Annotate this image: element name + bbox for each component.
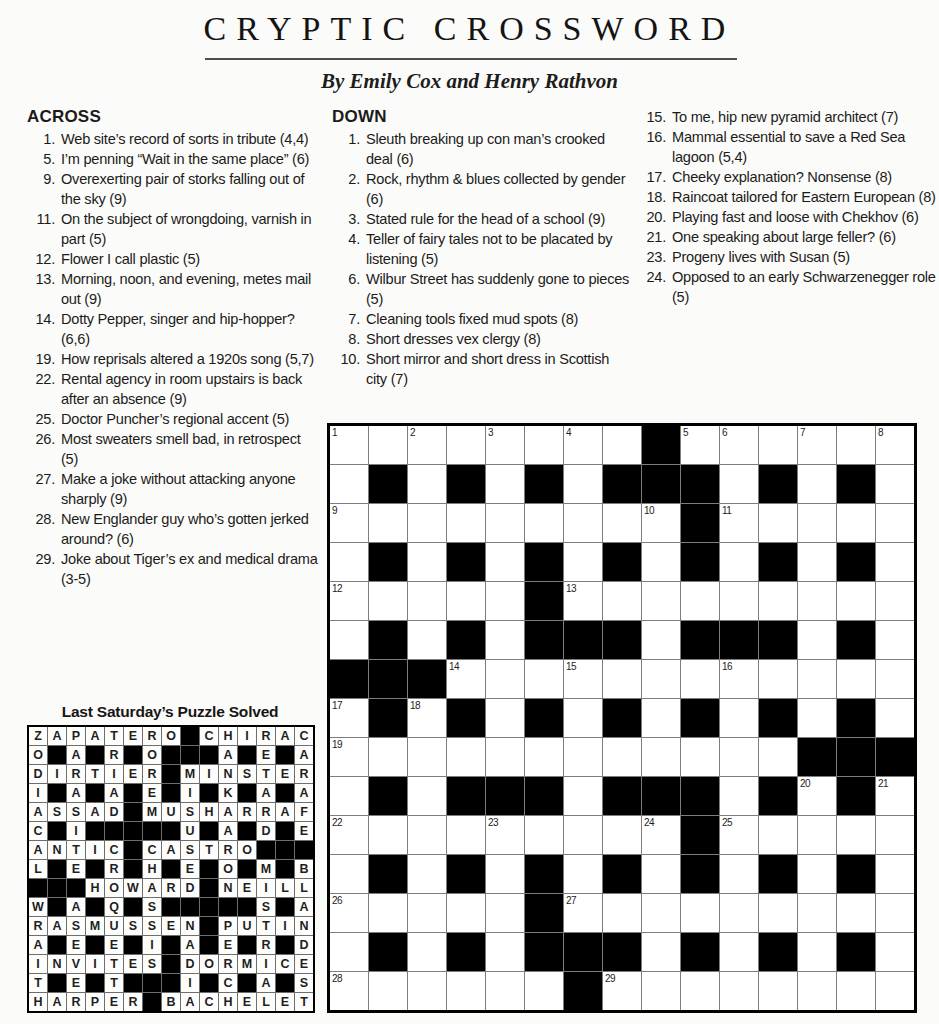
cell-r7c6[interactable] — [525, 660, 563, 698]
solved-cell-r9c8: R — [162, 879, 180, 897]
cell-r8c3[interactable]: 18 — [408, 699, 446, 737]
solved-cell-r2c3: A — [67, 746, 85, 764]
cell-r15c10[interactable] — [681, 972, 719, 1010]
clue-number: 25. — [25, 409, 61, 429]
cell-r3c13[interactable] — [798, 504, 836, 542]
cell-r1c14[interactable] — [837, 426, 875, 464]
solved-block-r6c4 — [86, 822, 104, 840]
cell-r1c6[interactable] — [525, 426, 563, 464]
clue-down-7: 7.Cleaning tools fixed mud spots (8) — [330, 309, 631, 329]
clue-down-10: 10.Short mirror and short dress in Scott… — [330, 349, 631, 389]
cell-r5c1[interactable]: 12 — [330, 582, 368, 620]
cell-r5c2[interactable] — [369, 582, 407, 620]
cell-r9c6[interactable] — [525, 738, 563, 776]
cell-number-15: 15 — [566, 661, 576, 672]
cell-r9c4[interactable] — [447, 738, 485, 776]
cell-r2c11[interactable] — [720, 465, 758, 503]
block-r6c12 — [759, 621, 797, 659]
cell-r14c9[interactable] — [642, 933, 680, 971]
clue-number: 23. — [636, 247, 672, 267]
cell-r13c13[interactable] — [798, 894, 836, 932]
cell-r6c9[interactable] — [642, 621, 680, 659]
solved-cell-r2c1: O — [29, 746, 47, 764]
solved-cell-r6c1: C — [29, 822, 47, 840]
cell-r11c6[interactable] — [525, 816, 563, 854]
cell-r14c11[interactable] — [720, 933, 758, 971]
cell-r13c7[interactable]: 27 — [564, 894, 602, 932]
solved-cell-r9c14: L — [276, 879, 294, 897]
cell-r14c5[interactable] — [486, 933, 524, 971]
cell-r5c14[interactable] — [837, 582, 875, 620]
cell-r4c1[interactable] — [330, 543, 368, 581]
cell-r3c5[interactable] — [486, 504, 524, 542]
cell-r5c10[interactable] — [681, 582, 719, 620]
solved-block-r8c8 — [162, 860, 180, 878]
clue-across-11: 11.On the subject of wrongdoing, varnish… — [25, 209, 321, 249]
cell-r1c8[interactable] — [603, 426, 641, 464]
solved-block-r10c11 — [219, 898, 237, 916]
cell-r15c8[interactable]: 29 — [603, 972, 641, 1010]
cell-r8c5[interactable] — [486, 699, 524, 737]
block-r8c12 — [759, 699, 797, 737]
cell-r9c8[interactable] — [603, 738, 641, 776]
cell-r14c3[interactable] — [408, 933, 446, 971]
solved-cell-r14c13: A — [257, 974, 275, 992]
cell-r7c7[interactable]: 15 — [564, 660, 602, 698]
cell-r4c5[interactable] — [486, 543, 524, 581]
cell-r13c5[interactable] — [486, 894, 524, 932]
solved-cell-r1c14: A — [276, 727, 294, 745]
cell-r4c9[interactable] — [642, 543, 680, 581]
clue-text: Stated rule for the head of a school (9) — [366, 209, 631, 229]
solved-cell-r3c10: I — [200, 765, 218, 783]
cell-r9c5[interactable] — [486, 738, 524, 776]
solved-block-r14c7 — [143, 974, 161, 992]
cell-r11c4[interactable] — [447, 816, 485, 854]
cell-number-21: 21 — [878, 778, 888, 789]
block-r14c12 — [759, 933, 797, 971]
cell-r1c2[interactable] — [369, 426, 407, 464]
cell-r12c15[interactable] — [876, 855, 914, 893]
cell-r15c6[interactable] — [525, 972, 563, 1010]
solved-cell-r7c1: A — [29, 841, 47, 859]
cell-r12c13[interactable] — [798, 855, 836, 893]
solved-cell-r13c12: M — [238, 955, 256, 973]
cell-r13c4[interactable] — [447, 894, 485, 932]
solved-block-r4c6 — [124, 784, 142, 802]
solved-cell-r6c13: D — [257, 822, 275, 840]
cell-r15c14[interactable] — [837, 972, 875, 1010]
cell-r12c3[interactable] — [408, 855, 446, 893]
cell-r13c1[interactable]: 26 — [330, 894, 368, 932]
cell-r11c2[interactable] — [369, 816, 407, 854]
cell-r12c11[interactable] — [720, 855, 758, 893]
cell-r10c7[interactable] — [564, 777, 602, 815]
clue-down-8: 8.Short dresses vex clergy (8) — [330, 329, 631, 349]
cell-r9c7[interactable] — [564, 738, 602, 776]
page-title: CRYPTIC CROSSWORD — [0, 10, 939, 48]
cell-r12c7[interactable] — [564, 855, 602, 893]
cell-r13c9[interactable] — [642, 894, 680, 932]
solved-block-r10c14 — [276, 898, 294, 916]
solved-cell-r7c7: C — [143, 841, 161, 859]
cell-r15c3[interactable] — [408, 972, 446, 1010]
cell-r1c3[interactable]: 2 — [408, 426, 446, 464]
solved-cell-r11c2: A — [48, 917, 66, 935]
cell-r15c15[interactable] — [876, 972, 914, 1010]
cell-r12c5[interactable] — [486, 855, 524, 893]
cell-r11c13[interactable] — [798, 816, 836, 854]
solved-cell-r1c15: C — [295, 727, 313, 745]
cell-r14c15[interactable] — [876, 933, 914, 971]
cell-r4c7[interactable] — [564, 543, 602, 581]
solved-cell-r4c7: E — [143, 784, 161, 802]
block-r14c4 — [447, 933, 485, 971]
cell-r3c4[interactable] — [447, 504, 485, 542]
cell-r8c7[interactable] — [564, 699, 602, 737]
cell-number-23: 23 — [488, 817, 498, 828]
cell-r13c8[interactable] — [603, 894, 641, 932]
cell-r5c9[interactable] — [642, 582, 680, 620]
clue-text: Teller of fairy tales not to be placated… — [366, 229, 631, 269]
cell-r5c12[interactable] — [759, 582, 797, 620]
clue-number: 8. — [330, 329, 366, 349]
cell-r1c1[interactable]: 1 — [330, 426, 368, 464]
clue-number: 2. — [330, 169, 366, 209]
block-r4c6 — [525, 543, 563, 581]
solved-cell-r12c7: I — [143, 936, 161, 954]
solved-cell-r15c4: P — [86, 993, 104, 1011]
cell-r10c13[interactable]: 20 — [798, 777, 836, 815]
clue-number: 21. — [636, 227, 672, 247]
cell-r4c3[interactable] — [408, 543, 446, 581]
cell-r1c12[interactable] — [759, 426, 797, 464]
cell-r3c8[interactable] — [603, 504, 641, 542]
clue-text: Overexerting pair of storks falling out … — [61, 169, 321, 209]
cell-r4c15[interactable] — [876, 543, 914, 581]
cell-r3c2[interactable] — [369, 504, 407, 542]
solved-block-r13c8 — [162, 955, 180, 973]
block-r12c12 — [759, 855, 797, 893]
cell-r12c9[interactable] — [642, 855, 680, 893]
solved-block-r2c10 — [200, 746, 218, 764]
cell-r9c10[interactable] — [681, 738, 719, 776]
solved-cell-r5c14: A — [276, 803, 294, 821]
cell-r9c1[interactable]: 19 — [330, 738, 368, 776]
clue-number: 13. — [25, 269, 61, 309]
cell-r11c5[interactable]: 23 — [486, 816, 524, 854]
cell-r10c1[interactable] — [330, 777, 368, 815]
solved-cell-r15c11: H — [219, 993, 237, 1011]
solved-cell-r5c8: U — [162, 803, 180, 821]
solved-cell-r11c8: E — [162, 917, 180, 935]
cell-r13c3[interactable] — [408, 894, 446, 932]
cell-r15c9[interactable] — [642, 972, 680, 1010]
solved-block-r2c2 — [48, 746, 66, 764]
cell-r3c9[interactable]: 10 — [642, 504, 680, 542]
cell-r15c13[interactable] — [798, 972, 836, 1010]
cell-r3c12[interactable] — [759, 504, 797, 542]
cell-number-25: 25 — [722, 817, 732, 828]
cell-r15c1[interactable]: 28 — [330, 972, 368, 1010]
cell-r10c15[interactable]: 21 — [876, 777, 914, 815]
cell-r2c1[interactable] — [330, 465, 368, 503]
clue-number: 12. — [25, 249, 61, 269]
solved-cell-r7c3: T — [67, 841, 85, 859]
clue-number: 17. — [636, 167, 672, 187]
cell-r13c10[interactable] — [681, 894, 719, 932]
cell-r1c15[interactable]: 8 — [876, 426, 914, 464]
cell-r2c15[interactable] — [876, 465, 914, 503]
cell-number-26: 26 — [332, 895, 342, 906]
cell-r3c3[interactable] — [408, 504, 446, 542]
solved-cell-r5c2: S — [48, 803, 66, 821]
cell-r7c15[interactable] — [876, 660, 914, 698]
clue-text: Progeny lives with Susan (5) — [672, 247, 939, 267]
block-r10c4 — [447, 777, 485, 815]
cell-r15c5[interactable] — [486, 972, 524, 1010]
cell-r9c9[interactable] — [642, 738, 680, 776]
solved-cell-r8c5: R — [105, 860, 123, 878]
cell-r5c4[interactable] — [447, 582, 485, 620]
cell-r1c10[interactable]: 5 — [681, 426, 719, 464]
cell-r4c11[interactable] — [720, 543, 758, 581]
cell-r7c11[interactable]: 16 — [720, 660, 758, 698]
cell-r13c2[interactable] — [369, 894, 407, 932]
clue-number: 1. — [330, 129, 366, 169]
cell-r7c9[interactable] — [642, 660, 680, 698]
solved-cell-r2c13: E — [257, 746, 275, 764]
cell-r5c15[interactable] — [876, 582, 914, 620]
solved-block-r3c8 — [162, 765, 180, 783]
solved-cell-r11c3: S — [67, 917, 85, 935]
solved-cell-r4c3: A — [67, 784, 85, 802]
solved-cell-r1c10: C — [200, 727, 218, 745]
cell-r5c8[interactable] — [603, 582, 641, 620]
solved-cell-r15c8: B — [162, 993, 180, 1011]
cell-r11c3[interactable] — [408, 816, 446, 854]
cell-r2c3[interactable] — [408, 465, 446, 503]
cell-r9c2[interactable] — [369, 738, 407, 776]
cell-r14c1[interactable] — [330, 933, 368, 971]
solved-block-r12c14 — [276, 936, 294, 954]
cell-r11c1[interactable]: 22 — [330, 816, 368, 854]
cell-r3c7[interactable] — [564, 504, 602, 542]
cell-r11c7[interactable] — [564, 816, 602, 854]
block-r14c2 — [369, 933, 407, 971]
solved-block-r15c7 — [143, 993, 161, 1011]
solved-cell-r2c5: R — [105, 746, 123, 764]
cell-r5c7[interactable]: 13 — [564, 582, 602, 620]
cell-r5c11[interactable] — [720, 582, 758, 620]
solved-block-r2c12 — [238, 746, 256, 764]
cell-r13c14[interactable] — [837, 894, 875, 932]
solved-cell-r6c3: I — [67, 822, 85, 840]
solved-cell-r9c15: L — [295, 879, 313, 897]
cell-r13c12[interactable] — [759, 894, 797, 932]
cell-r4c13[interactable] — [798, 543, 836, 581]
cell-r13c11[interactable] — [720, 894, 758, 932]
cell-r1c7[interactable]: 4 — [564, 426, 602, 464]
clue-text: One speaking about large feller? (6) — [672, 227, 939, 247]
cell-r6c5[interactable] — [486, 621, 524, 659]
cell-r2c5[interactable] — [486, 465, 524, 503]
clue-text: On the subject of wrongdoing, varnish in… — [61, 209, 321, 249]
cell-r3c11[interactable]: 11 — [720, 504, 758, 542]
down-clue-list-2: 15.To me, hip new pyramid architect (7)1… — [636, 107, 939, 307]
block-r4c4 — [447, 543, 485, 581]
solved-block-r6c2 — [48, 822, 66, 840]
cell-r15c12[interactable] — [759, 972, 797, 1010]
solved-block-r7c14 — [276, 841, 294, 859]
cell-r8c9[interactable] — [642, 699, 680, 737]
cell-r11c9[interactable]: 24 — [642, 816, 680, 854]
cell-r15c11[interactable] — [720, 972, 758, 1010]
solved-cell-r3c14: E — [276, 765, 294, 783]
solved-block-r12c10 — [200, 936, 218, 954]
cell-r11c15[interactable] — [876, 816, 914, 854]
cell-r8c13[interactable] — [798, 699, 836, 737]
cell-r15c2[interactable] — [369, 972, 407, 1010]
solved-cell-r5c13: R — [257, 803, 275, 821]
cell-r10c3[interactable] — [408, 777, 446, 815]
solved-cell-r10c3: A — [67, 898, 85, 916]
cell-r7c4[interactable]: 14 — [447, 660, 485, 698]
cell-r10c11[interactable] — [720, 777, 758, 815]
solved-block-r2c9 — [181, 746, 199, 764]
clue-number: 18. — [636, 187, 672, 207]
block-r2c6 — [525, 465, 563, 503]
cell-r7c10[interactable] — [681, 660, 719, 698]
solved-block-r1c9 — [181, 727, 199, 745]
solved-block-r12c2 — [48, 936, 66, 954]
block-r12c8 — [603, 855, 641, 893]
cell-r11c12[interactable] — [759, 816, 797, 854]
down-clue-column-2: 15.To me, hip new pyramid architect (7)1… — [636, 107, 939, 307]
block-r13c6 — [525, 894, 563, 932]
cell-number-17: 17 — [332, 700, 342, 711]
solved-block-r12c12 — [238, 936, 256, 954]
solved-cell-r14c3: E — [67, 974, 85, 992]
cell-r2c13[interactable] — [798, 465, 836, 503]
solved-cell-r4c1: I — [29, 784, 47, 802]
cell-number-27: 27 — [566, 895, 576, 906]
cell-r5c3[interactable] — [408, 582, 446, 620]
clue-text: Cheeky explanation? Nonsense (8) — [672, 167, 939, 187]
cell-r7c5[interactable] — [486, 660, 524, 698]
clue-across-27: 27.Make a joke without attacking anyone … — [25, 469, 321, 509]
cell-r6c3[interactable] — [408, 621, 446, 659]
clue-number: 11. — [25, 209, 61, 249]
clue-number: 14. — [25, 309, 61, 349]
solved-block-r14c10 — [200, 974, 218, 992]
solved-cell-r1c12: I — [238, 727, 256, 745]
solved-block-r6c14 — [276, 822, 294, 840]
cell-r3c15[interactable] — [876, 504, 914, 542]
cell-r6c13[interactable] — [798, 621, 836, 659]
clue-text: Flower I call plastic (5) — [61, 249, 321, 269]
block-r6c2 — [369, 621, 407, 659]
block-r10c12 — [759, 777, 797, 815]
cell-r6c15[interactable] — [876, 621, 914, 659]
clue-across-9: 9.Overexerting pair of storks falling ou… — [25, 169, 321, 209]
cell-r8c15[interactable] — [876, 699, 914, 737]
solved-puzzle-grid: ZAPATEROCHIRACOAROAEADIRTIERMINSTERIAAEI… — [27, 725, 315, 1013]
cell-r5c13[interactable] — [798, 582, 836, 620]
clue-number: 26. — [25, 429, 61, 469]
solved-cell-r3c9: M — [181, 765, 199, 783]
solved-block-r7c6 — [124, 841, 142, 859]
cell-r11c8[interactable] — [603, 816, 641, 854]
cell-r7c13[interactable] — [798, 660, 836, 698]
solved-block-r8c12 — [238, 860, 256, 878]
solved-cell-r12c13: R — [257, 936, 275, 954]
cell-r3c6[interactable] — [525, 504, 563, 542]
cell-r11c11[interactable]: 25 — [720, 816, 758, 854]
cell-r14c13[interactable] — [798, 933, 836, 971]
cell-r15c4[interactable] — [447, 972, 485, 1010]
solved-cell-r6c9: U — [181, 822, 199, 840]
solved-cell-r14c15: S — [295, 974, 313, 992]
solved-cell-r11c7: S — [143, 917, 161, 935]
cell-r7c8[interactable] — [603, 660, 641, 698]
solved-cell-r11c6: S — [124, 917, 142, 935]
cell-r1c5[interactable]: 3 — [486, 426, 524, 464]
solved-cell-r1c13: R — [257, 727, 275, 745]
cell-r8c11[interactable] — [720, 699, 758, 737]
solved-block-r6c6 — [124, 822, 142, 840]
cell-r13c15[interactable] — [876, 894, 914, 932]
solved-cell-r3c1: D — [29, 765, 47, 783]
cell-r1c13[interactable]: 7 — [798, 426, 836, 464]
solved-cell-r8c11: O — [219, 860, 237, 878]
block-r14c6 — [525, 933, 563, 971]
block-r15c7 — [564, 972, 602, 1010]
cell-r2c7[interactable] — [564, 465, 602, 503]
cell-r1c11[interactable]: 6 — [720, 426, 758, 464]
cell-r7c14[interactable] — [837, 660, 875, 698]
solved-cell-r2c11: A — [219, 746, 237, 764]
solved-cell-r15c6: R — [124, 993, 142, 1011]
solved-block-r12c8 — [162, 936, 180, 954]
cell-r6c1[interactable] — [330, 621, 368, 659]
solved-block-r4c4 — [86, 784, 104, 802]
cell-r9c3[interactable] — [408, 738, 446, 776]
block-r2c4 — [447, 465, 485, 503]
cell-r8c1[interactable]: 17 — [330, 699, 368, 737]
solved-cell-r5c15: F — [295, 803, 313, 821]
cell-r5c5[interactable] — [486, 582, 524, 620]
solved-cell-r7c2: N — [48, 841, 66, 859]
solved-cell-r11c4: M — [86, 917, 104, 935]
clue-number: 1. — [25, 129, 61, 149]
cell-r11c14[interactable] — [837, 816, 875, 854]
block-r10c10 — [681, 777, 719, 815]
solved-puzzle-title: Last Saturday’s Puzzle Solved — [25, 703, 315, 721]
cell-r7c12[interactable] — [759, 660, 797, 698]
cell-r3c1[interactable]: 9 — [330, 504, 368, 542]
cell-number-6: 6 — [722, 427, 727, 438]
cell-r9c11[interactable] — [720, 738, 758, 776]
block-r7c3 — [408, 660, 446, 698]
solved-cell-r9c4: H — [86, 879, 104, 897]
cell-r9c12[interactable] — [759, 738, 797, 776]
cell-r3c14[interactable] — [837, 504, 875, 542]
cell-r12c1[interactable] — [330, 855, 368, 893]
solved-cell-r5c10: H — [200, 803, 218, 821]
cell-r1c4[interactable] — [447, 426, 485, 464]
solved-cell-r13c5: T — [105, 955, 123, 973]
